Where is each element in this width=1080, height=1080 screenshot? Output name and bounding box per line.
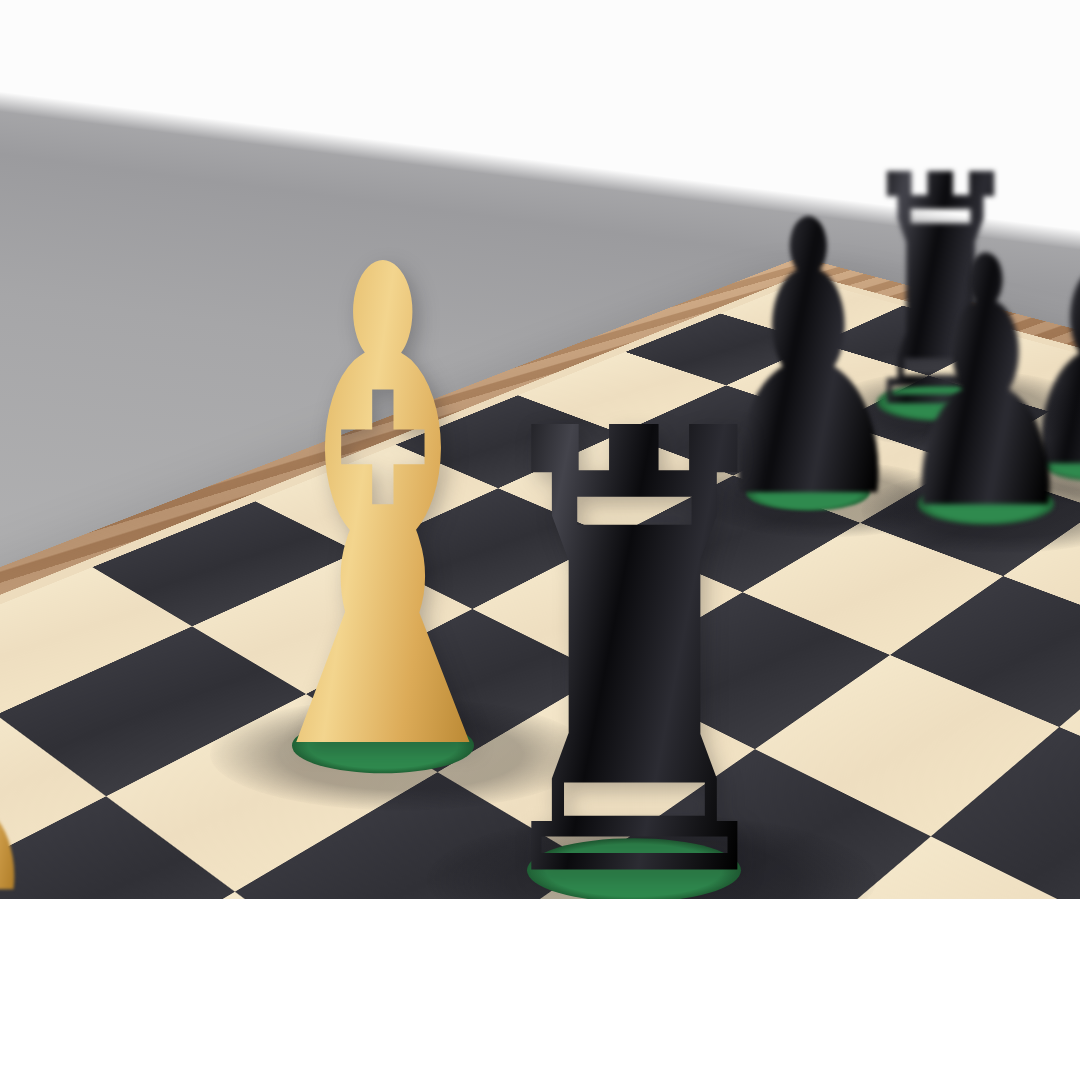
black-rook-foreground: ♜: [329, 353, 939, 899]
chess-set-product-photo: ♝♜♟♜♟♟♟: [0, 0, 1080, 1080]
pieces-layer: ♝♜♟♜♟♟♟: [0, 0, 1080, 899]
black-rook-glyph: ♜: [470, 353, 798, 899]
white-pawn-glyph: ♟: [0, 686, 37, 899]
photo-area: ♝♜♟♜♟♟♟: [0, 0, 1080, 899]
white-piece-edge-partial: ♟: [0, 686, 90, 899]
